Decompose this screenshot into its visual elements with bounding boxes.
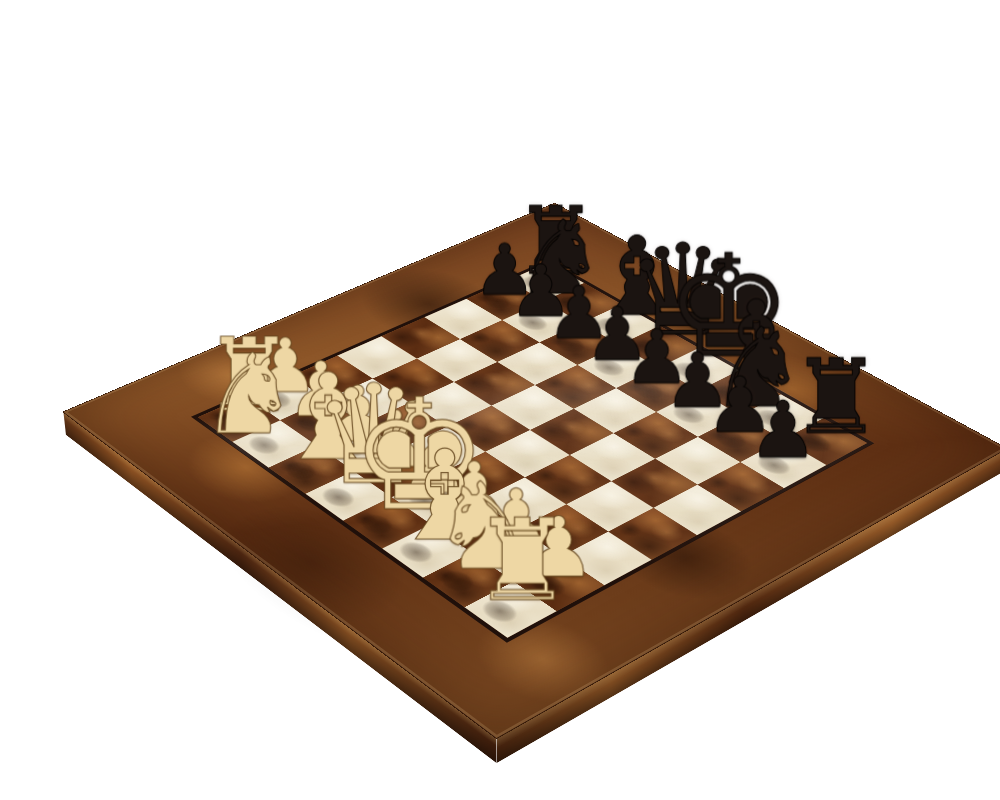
piece-black-pawn-h7[interactable]: ♟ xyxy=(748,395,808,466)
square-h1[interactable]: ♜ xyxy=(464,581,556,638)
square-h7[interactable]: ♟ xyxy=(740,440,826,488)
piece-white-rook-h1[interactable]: ♜ xyxy=(472,508,538,612)
chess-board: ♜♞♝♛♚♝♞♜♟♟♟♟♟♟♟♟♟♟♟♟♟♟♟♟♜♞♝♛♚♝♞♜ xyxy=(62,203,1000,739)
product-photo-scene: ♜♞♝♛♚♝♞♜♟♟♟♟♟♟♟♟♟♟♟♟♟♟♟♟♜♞♝♛♚♝♞♜ xyxy=(0,0,1000,800)
